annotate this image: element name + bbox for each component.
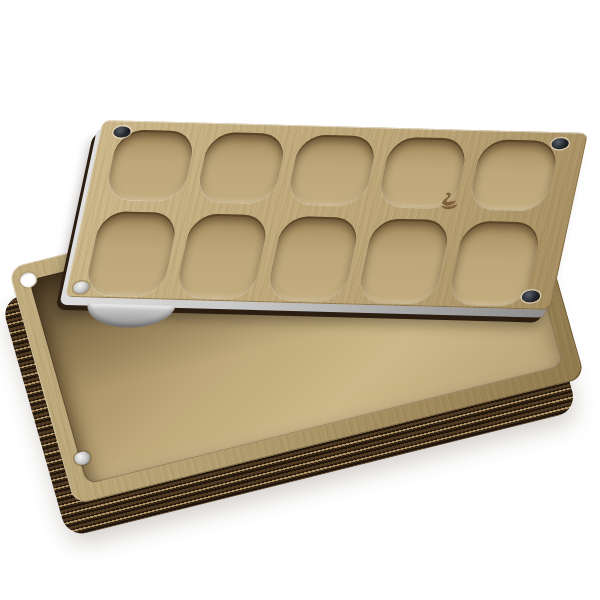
product-photo <box>0 0 600 600</box>
pit-r1-c1 <box>104 129 197 201</box>
pit-r1-c3 <box>286 134 379 206</box>
pit-r1-c5 <box>467 139 560 211</box>
pit-r1-c2 <box>195 132 288 204</box>
pit-r2-c2 <box>175 213 271 299</box>
pit-r2-c3 <box>265 216 361 302</box>
pit-grid <box>65 120 588 310</box>
lid-top-board <box>65 120 588 310</box>
pit-r2-c1 <box>84 211 180 297</box>
pit-r2-c4 <box>356 218 452 304</box>
